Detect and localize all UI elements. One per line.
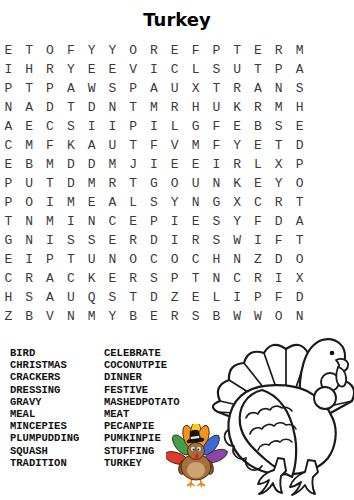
grid-cell-i2: C — [164, 60, 185, 79]
word-list-item: SQUASH — [10, 445, 79, 457]
grid-cell-f14: S — [102, 288, 123, 307]
grid-cell-f10: C — [102, 212, 123, 231]
grid-cell-f1: Y — [102, 41, 123, 60]
grid-cell-o15: N — [289, 307, 310, 326]
grid-cell-f2: E — [102, 60, 123, 79]
grid-cell-d11: S — [60, 231, 81, 250]
grid-cell-o2: A — [289, 60, 310, 79]
grid-cell-b15: B — [19, 307, 40, 326]
grid-cell-c10: M — [40, 212, 61, 231]
grid-cell-j13: T — [185, 269, 206, 288]
grid-cell-e4: D — [81, 98, 102, 117]
grid-cell-k1: P — [206, 41, 227, 60]
grid-cell-m7: L — [248, 155, 269, 174]
grid-cell-k12: H — [206, 250, 227, 269]
grid-cell-c2: R — [40, 60, 61, 79]
grid-cell-d1: F — [60, 41, 81, 60]
grid-cell-c11: I — [40, 231, 61, 250]
grid-cell-m2: T — [248, 60, 269, 79]
grid-cell-h9: S — [144, 193, 165, 212]
grid-cell-j9: N — [185, 193, 206, 212]
grid-cell-o3: S — [289, 79, 310, 98]
grid-cell-a2: I — [0, 60, 19, 79]
grid-cell-k13: N — [206, 269, 227, 288]
grid-cell-j8: U — [185, 174, 206, 193]
grid-cell-o1: M — [289, 41, 310, 60]
grid-cell-k6: F — [206, 136, 227, 155]
grid-cell-h5: I — [144, 117, 165, 136]
grid-cell-b1: T — [19, 41, 40, 60]
grid-cell-k8: N — [206, 174, 227, 193]
grid-cell-f4: N — [102, 98, 123, 117]
grid-cell-m4: R — [248, 98, 269, 117]
grid-cell-l5: E — [227, 117, 248, 136]
grid-cell-h1: R — [144, 41, 165, 60]
grid-cell-b2: H — [19, 60, 40, 79]
grid-cell-a12: E — [0, 250, 19, 269]
grid-cell-f8: R — [102, 174, 123, 193]
grid-cell-j7: E — [185, 155, 206, 174]
grid-cell-h11: D — [144, 231, 165, 250]
word-list-item: DINNER — [104, 371, 180, 383]
grid-cell-g3: P — [123, 79, 144, 98]
grid-cell-c12: P — [40, 250, 61, 269]
grid-cell-d6: K — [60, 136, 81, 155]
grid-cell-i5: L — [164, 117, 185, 136]
grid-cell-j1: F — [185, 41, 206, 60]
grid-cell-o12: O — [289, 250, 310, 269]
grid-cell-h3: A — [144, 79, 165, 98]
grid-cell-m1: E — [248, 41, 269, 60]
grid-cell-l1: T — [227, 41, 248, 60]
word-list-item: COCONUTPIE — [104, 359, 180, 371]
grid-cell-m10: F — [248, 212, 269, 231]
grid-cell-d13: C — [60, 269, 81, 288]
grid-cell-m5: B — [248, 117, 269, 136]
grid-cell-o11: T — [289, 231, 310, 250]
grid-cell-j5: G — [185, 117, 206, 136]
grid-cell-b3: T — [19, 79, 40, 98]
grid-cell-m8: E — [248, 174, 269, 193]
grid-cell-m6: E — [248, 136, 269, 155]
grid-cell-f15: Y — [102, 307, 123, 326]
grid-cell-c8: T — [40, 174, 61, 193]
grid-cell-o5: E — [289, 117, 310, 136]
grid-cell-n10: D — [268, 212, 289, 231]
word-list-item: MEAT — [104, 408, 180, 420]
grid-cell-k14: L — [206, 288, 227, 307]
grid-cell-c4: D — [40, 98, 61, 117]
word-list-item: GRAVY — [10, 396, 79, 408]
grid-cell-n5: S — [268, 117, 289, 136]
grid-cell-l12: N — [227, 250, 248, 269]
grid-cell-c9: I — [40, 193, 61, 212]
grid-cell-d15: N — [60, 307, 81, 326]
grid-cell-i7: E — [164, 155, 185, 174]
large-turkey-illustration — [212, 330, 354, 496]
grid-cell-g2: V — [123, 60, 144, 79]
grid-cell-j6: M — [185, 136, 206, 155]
grid-cell-d4: T — [60, 98, 81, 117]
grid-cell-l13: C — [227, 269, 248, 288]
word-list-item: BIRD — [10, 347, 79, 359]
grid-cell-a5: A — [0, 117, 19, 136]
word-list-column-1: BIRDCHRISTMASCRACKERSDRESSINGGRAVYMEALMI… — [10, 347, 79, 469]
grid-cell-i1: E — [164, 41, 185, 60]
grid-cell-i6: V — [164, 136, 185, 155]
word-list-item: MINCEPIES — [10, 420, 79, 432]
grid-cell-o14: D — [289, 288, 310, 307]
grid-cell-b9: O — [19, 193, 40, 212]
grid-cell-k4: U — [206, 98, 227, 117]
grid-cell-n4: M — [268, 98, 289, 117]
grid-cell-c13: A — [40, 269, 61, 288]
grid-cell-f5: I — [102, 117, 123, 136]
grid-cell-a6: C — [0, 136, 19, 155]
grid-cell-d3: A — [60, 79, 81, 98]
grid-cell-k5: F — [206, 117, 227, 136]
grid-cell-e3: W — [81, 79, 102, 98]
grid-cell-o9: T — [289, 193, 310, 212]
word-list-item: MASHEDPOTATO — [104, 396, 180, 408]
grid-cell-k10: S — [206, 212, 227, 231]
grid-cell-l11: W — [227, 231, 248, 250]
grid-cell-h7: I — [144, 155, 165, 174]
grid-cell-n9: R — [268, 193, 289, 212]
grid-cell-m9: C — [248, 193, 269, 212]
grid-cell-a9: P — [0, 193, 19, 212]
grid-cell-o4: H — [289, 98, 310, 117]
grid-cell-n3: N — [268, 79, 289, 98]
grid-cell-e1: Y — [81, 41, 102, 60]
worksheet-page: Turkey ETOFYYOREFPTERMIHRYEEVICLSUTPAPTP… — [0, 0, 354, 500]
grid-cell-l14: I — [227, 288, 248, 307]
grid-cell-g9: L — [123, 193, 144, 212]
grid-cell-e11: S — [81, 231, 102, 250]
grid-cell-k15: B — [206, 307, 227, 326]
grid-cell-l7: R — [227, 155, 248, 174]
grid-cell-i15: R — [164, 307, 185, 326]
grid-cell-n15: O — [268, 307, 289, 326]
grid-cell-g12: O — [123, 250, 144, 269]
grid-cell-d12: T — [60, 250, 81, 269]
word-list-item: MEAL — [10, 408, 79, 420]
grid-cell-l8: K — [227, 174, 248, 193]
grid-cell-o8: O — [289, 174, 310, 193]
grid-cell-n11: F — [268, 231, 289, 250]
grid-cell-b7: B — [19, 155, 40, 174]
grid-cell-b12: I — [19, 250, 40, 269]
grid-cell-a1: E — [0, 41, 19, 60]
grid-cell-b6: M — [19, 136, 40, 155]
grid-cell-e6: A — [81, 136, 102, 155]
grid-cell-o13: X — [289, 269, 310, 288]
grid-cell-n7: X — [268, 155, 289, 174]
grid-cell-f3: S — [102, 79, 123, 98]
grid-cell-b4: A — [19, 98, 40, 117]
grid-cell-l6: Y — [227, 136, 248, 155]
grid-cell-e8: M — [81, 174, 102, 193]
grid-cell-g11: R — [123, 231, 144, 250]
grid-cell-i8: O — [164, 174, 185, 193]
grid-cell-i11: I — [164, 231, 185, 250]
grid-cell-h12: C — [144, 250, 165, 269]
grid-cell-c1: O — [40, 41, 61, 60]
grid-cell-b13: R — [19, 269, 40, 288]
grid-cell-e10: N — [81, 212, 102, 231]
grid-cell-n6: T — [268, 136, 289, 155]
grid-cell-e5: I — [81, 117, 102, 136]
grid-cell-i14: Z — [164, 288, 185, 307]
grid-cell-h8: G — [144, 174, 165, 193]
grid-cell-n14: F — [268, 288, 289, 307]
grid-cell-a8: P — [0, 174, 19, 193]
word-list-item: FESTIVE — [104, 384, 180, 396]
grid-cell-c5: C — [40, 117, 61, 136]
grid-cell-g14: T — [123, 288, 144, 307]
grid-cell-l10: Y — [227, 212, 248, 231]
grid-cell-c7: M — [40, 155, 61, 174]
grid-cell-e15: M — [81, 307, 102, 326]
grid-cell-c14: A — [40, 288, 61, 307]
grid-cell-h4: M — [144, 98, 165, 117]
grid-cell-a3: P — [0, 79, 19, 98]
grid-cell-g13: R — [123, 269, 144, 288]
grid-cell-i12: O — [164, 250, 185, 269]
grid-cell-d14: U — [60, 288, 81, 307]
grid-cell-f11: E — [102, 231, 123, 250]
grid-cell-j2: L — [185, 60, 206, 79]
grid-cell-g15: B — [123, 307, 144, 326]
grid-cell-a13: C — [0, 269, 19, 288]
grid-cell-d7: D — [60, 155, 81, 174]
grid-cell-f6: U — [102, 136, 123, 155]
grid-cell-l15: W — [227, 307, 248, 326]
grid-cell-g4: T — [123, 98, 144, 117]
grid-cell-f9: A — [102, 193, 123, 212]
grid-cell-c15: V — [40, 307, 61, 326]
word-list-item: TRADITION — [10, 457, 79, 469]
grid-cell-n13: I — [268, 269, 289, 288]
grid-cell-m13: R — [248, 269, 269, 288]
grid-cell-f7: M — [102, 155, 123, 174]
page-title: Turkey — [0, 9, 354, 30]
grid-cell-a4: N — [0, 98, 19, 117]
grid-cell-m12: Z — [248, 250, 269, 269]
small-turkey-belly — [187, 462, 205, 478]
grid-cell-e2: E — [81, 60, 102, 79]
grid-cell-g6: T — [123, 136, 144, 155]
grid-cell-l2: U — [227, 60, 248, 79]
grid-cell-i13: P — [164, 269, 185, 288]
grid-cell-a11: G — [0, 231, 19, 250]
small-turkey-wattle — [195, 453, 198, 460]
grid-cell-n2: P — [268, 60, 289, 79]
grid-cell-e7: D — [81, 155, 102, 174]
grid-cell-m11: I — [248, 231, 269, 250]
grid-cell-f13: E — [102, 269, 123, 288]
word-list-item: CHRISTMAS — [10, 359, 79, 371]
grid-cell-h6: F — [144, 136, 165, 155]
grid-cell-e14: Q — [81, 288, 102, 307]
word-list-item: PLUMPUDDING — [10, 432, 79, 444]
grid-cell-b10: N — [19, 212, 40, 231]
grid-cell-l3: R — [227, 79, 248, 98]
word-list-item: CELEBRATE — [104, 347, 180, 359]
grid-cell-j11: R — [185, 231, 206, 250]
grid-cell-j4: H — [185, 98, 206, 117]
grid-cell-g8: T — [123, 174, 144, 193]
small-turkey-illustration — [166, 424, 232, 490]
grid-cell-k11: S — [206, 231, 227, 250]
grid-cell-i3: U — [164, 79, 185, 98]
word-grid: ETOFYYOREFPTERMIHRYEEVICLSUTPAPTPAWSPAUX… — [0, 41, 310, 326]
grid-cell-n1: R — [268, 41, 289, 60]
grid-cell-d10: I — [60, 212, 81, 231]
grid-cell-o7: P — [289, 155, 310, 174]
grid-cell-g1: O — [123, 41, 144, 60]
grid-cell-e12: U — [81, 250, 102, 269]
grid-cell-m3: A — [248, 79, 269, 98]
grid-cell-g10: E — [123, 212, 144, 231]
grid-cell-j3: X — [185, 79, 206, 98]
grid-cell-o10: A — [289, 212, 310, 231]
grid-cell-b14: S — [19, 288, 40, 307]
grid-cell-e9: E — [81, 193, 102, 212]
grid-cell-j10: E — [185, 212, 206, 231]
grid-cell-d8: D — [60, 174, 81, 193]
grid-cell-m14: P — [248, 288, 269, 307]
grid-cell-k3: T — [206, 79, 227, 98]
word-list-item: DRESSING — [10, 384, 79, 396]
grid-cell-j14: E — [185, 288, 206, 307]
word-list-item: CRACKERS — [10, 371, 79, 383]
grid-cell-h14: D — [144, 288, 165, 307]
grid-cell-i10: I — [164, 212, 185, 231]
grid-cell-k7: I — [206, 155, 227, 174]
grid-cell-h2: I — [144, 60, 165, 79]
grid-cell-g5: P — [123, 117, 144, 136]
grid-cell-f12: N — [102, 250, 123, 269]
grid-cell-k2: S — [206, 60, 227, 79]
grid-cell-l9: X — [227, 193, 248, 212]
grid-cell-k9: G — [206, 193, 227, 212]
grid-cell-i4: R — [164, 98, 185, 117]
grid-cell-o6: D — [289, 136, 310, 155]
grid-cell-b11: N — [19, 231, 40, 250]
grid-cell-b8: U — [19, 174, 40, 193]
grid-cell-d9: M — [60, 193, 81, 212]
grid-cell-a14: H — [0, 288, 19, 307]
grid-cell-h10: P — [144, 212, 165, 231]
grid-cell-j15: S — [185, 307, 206, 326]
grid-cell-g7: J — [123, 155, 144, 174]
grid-cell-h15: E — [144, 307, 165, 326]
grid-cell-c6: F — [40, 136, 61, 155]
grid-cell-e13: K — [81, 269, 102, 288]
grid-cell-n8: Y — [268, 174, 289, 193]
grid-cell-a10: T — [0, 212, 19, 231]
grid-cell-h13: S — [144, 269, 165, 288]
grid-cell-d2: Y — [60, 60, 81, 79]
grid-cell-a7: E — [0, 155, 19, 174]
grid-cell-a15: Z — [0, 307, 19, 326]
grid-cell-l4: K — [227, 98, 248, 117]
grid-cell-d5: S — [60, 117, 81, 136]
grid-cell-n12: D — [268, 250, 289, 269]
grid-cell-c3: P — [40, 79, 61, 98]
turkey-eye — [330, 351, 335, 356]
grid-cell-m15: W — [248, 307, 269, 326]
grid-cell-i9: Y — [164, 193, 185, 212]
grid-cell-b5: E — [19, 117, 40, 136]
grid-cell-j12: C — [185, 250, 206, 269]
